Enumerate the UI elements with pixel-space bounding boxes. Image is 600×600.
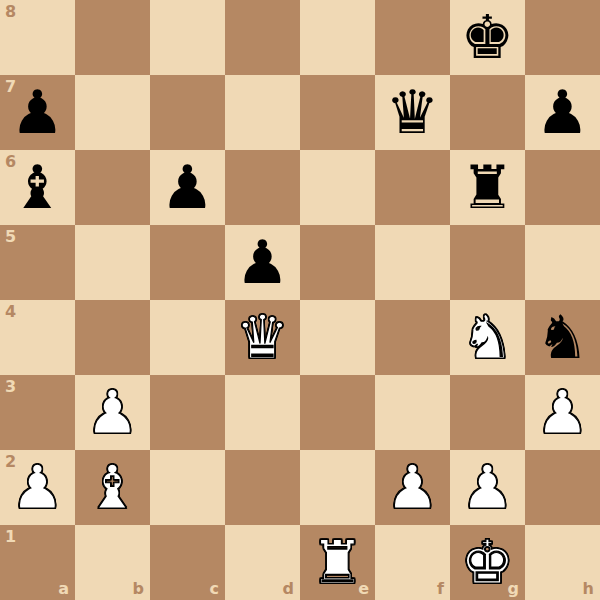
square-b8[interactable]	[75, 0, 150, 75]
square-c6[interactable]: ♟	[150, 150, 225, 225]
rank-label-3: 3	[5, 379, 16, 395]
file-label-d: d	[283, 581, 294, 597]
square-g2[interactable]: ♟	[450, 450, 525, 525]
square-f1[interactable]: f	[375, 525, 450, 600]
rank-label-7: 7	[5, 79, 16, 95]
square-d6[interactable]	[225, 150, 300, 225]
white-bishop-piece[interactable]: ♝	[86, 457, 140, 519]
square-f2[interactable]: ♟	[375, 450, 450, 525]
square-c2[interactable]	[150, 450, 225, 525]
square-d1[interactable]: d	[225, 525, 300, 600]
square-h2[interactable]	[525, 450, 600, 525]
white-pawn-piece[interactable]: ♟	[536, 382, 590, 444]
black-pawn-piece[interactable]: ♟	[161, 157, 215, 219]
square-g7[interactable]	[450, 75, 525, 150]
file-label-b: b	[133, 581, 144, 597]
square-a7[interactable]: 7♟	[0, 75, 75, 150]
square-e3[interactable]	[300, 375, 375, 450]
rank-label-4: 4	[5, 304, 16, 320]
square-f7[interactable]: ♛	[375, 75, 450, 150]
black-pawn-piece[interactable]: ♟	[11, 82, 65, 144]
square-h3[interactable]: ♟	[525, 375, 600, 450]
square-h4[interactable]: ♞	[525, 300, 600, 375]
black-king-piece[interactable]: ♚	[461, 7, 515, 69]
black-bishop-piece[interactable]: ♝	[11, 157, 65, 219]
square-e2[interactable]	[300, 450, 375, 525]
square-g1[interactable]: g♚	[450, 525, 525, 600]
white-queen-piece[interactable]: ♛	[236, 307, 290, 369]
black-knight-piece[interactable]: ♞	[536, 307, 590, 369]
rank-label-1: 1	[5, 529, 16, 545]
chess-board: 8♚7♟♛♟6♝♟♜5♟4♛♞♞3♟♟2♟♝♟♟1abcde♜fg♚h	[0, 0, 600, 600]
square-h1[interactable]: h	[525, 525, 600, 600]
square-f3[interactable]	[375, 375, 450, 450]
square-h6[interactable]	[525, 150, 600, 225]
white-knight-piece[interactable]: ♞	[461, 307, 515, 369]
square-a3[interactable]: 3	[0, 375, 75, 450]
square-b5[interactable]	[75, 225, 150, 300]
rank-label-2: 2	[5, 454, 16, 470]
square-h8[interactable]	[525, 0, 600, 75]
square-d8[interactable]	[225, 0, 300, 75]
white-rook-piece[interactable]: ♜	[311, 532, 365, 594]
square-f8[interactable]	[375, 0, 450, 75]
rank-label-5: 5	[5, 229, 16, 245]
white-pawn-piece[interactable]: ♟	[11, 457, 65, 519]
square-e8[interactable]	[300, 0, 375, 75]
file-label-g: g	[508, 581, 519, 597]
square-d3[interactable]	[225, 375, 300, 450]
square-b7[interactable]	[75, 75, 150, 150]
square-e7[interactable]	[300, 75, 375, 150]
square-a4[interactable]: 4	[0, 300, 75, 375]
square-d5[interactable]: ♟	[225, 225, 300, 300]
white-king-piece[interactable]: ♚	[461, 532, 515, 594]
square-e4[interactable]	[300, 300, 375, 375]
square-e5[interactable]	[300, 225, 375, 300]
file-label-h: h	[583, 581, 594, 597]
square-g5[interactable]	[450, 225, 525, 300]
square-c5[interactable]	[150, 225, 225, 300]
square-h7[interactable]: ♟	[525, 75, 600, 150]
black-queen-piece[interactable]: ♛	[386, 82, 440, 144]
square-b6[interactable]	[75, 150, 150, 225]
square-b4[interactable]	[75, 300, 150, 375]
file-label-a: a	[58, 581, 69, 597]
white-pawn-piece[interactable]: ♟	[86, 382, 140, 444]
black-pawn-piece[interactable]: ♟	[536, 82, 590, 144]
square-a2[interactable]: 2♟	[0, 450, 75, 525]
file-label-c: c	[210, 581, 219, 597]
white-pawn-piece[interactable]: ♟	[386, 457, 440, 519]
black-pawn-piece[interactable]: ♟	[236, 232, 290, 294]
rank-label-6: 6	[5, 154, 16, 170]
file-label-e: e	[358, 581, 369, 597]
square-e6[interactable]	[300, 150, 375, 225]
square-g4[interactable]: ♞	[450, 300, 525, 375]
square-d2[interactable]	[225, 450, 300, 525]
square-f4[interactable]	[375, 300, 450, 375]
square-c7[interactable]	[150, 75, 225, 150]
square-c4[interactable]	[150, 300, 225, 375]
square-b3[interactable]: ♟	[75, 375, 150, 450]
square-a1[interactable]: 1a	[0, 525, 75, 600]
square-c8[interactable]	[150, 0, 225, 75]
square-g6[interactable]: ♜	[450, 150, 525, 225]
square-f6[interactable]	[375, 150, 450, 225]
square-f5[interactable]	[375, 225, 450, 300]
square-a6[interactable]: 6♝	[0, 150, 75, 225]
square-d4[interactable]: ♛	[225, 300, 300, 375]
square-c1[interactable]: c	[150, 525, 225, 600]
square-a5[interactable]: 5	[0, 225, 75, 300]
white-pawn-piece[interactable]: ♟	[461, 457, 515, 519]
square-a8[interactable]: 8	[0, 0, 75, 75]
square-c3[interactable]	[150, 375, 225, 450]
square-b2[interactable]: ♝	[75, 450, 150, 525]
square-h5[interactable]	[525, 225, 600, 300]
square-e1[interactable]: e♜	[300, 525, 375, 600]
black-rook-piece[interactable]: ♜	[461, 157, 515, 219]
square-g8[interactable]: ♚	[450, 0, 525, 75]
rank-label-8: 8	[5, 4, 16, 20]
square-g3[interactable]	[450, 375, 525, 450]
square-b1[interactable]: b	[75, 525, 150, 600]
file-label-f: f	[437, 581, 444, 597]
square-d7[interactable]	[225, 75, 300, 150]
